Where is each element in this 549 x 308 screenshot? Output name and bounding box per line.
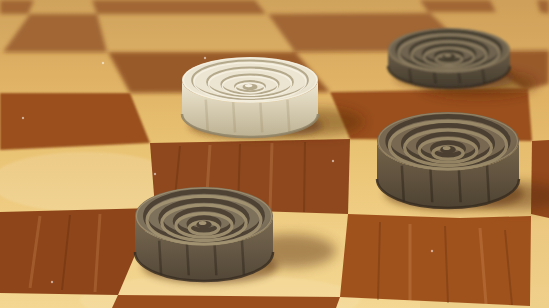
dust-speck: [332, 160, 334, 162]
dust-speck: [102, 62, 104, 64]
dust-speck: [22, 117, 24, 119]
wood-grain-streak: [270, 143, 272, 211]
wood-grain-streak: [304, 142, 305, 212]
dark-square: [340, 214, 531, 306]
dust-speck: [154, 173, 156, 175]
checkers-board-photo: [0, 0, 549, 308]
dust-speck: [204, 57, 206, 59]
dark-square: [112, 295, 340, 308]
piece-center-highlight: [444, 54, 451, 57]
piece-center-highlight: [245, 84, 252, 87]
piece-center-highlight: [199, 221, 207, 225]
dark-square: [0, 93, 150, 150]
dust-speck: [51, 281, 53, 283]
piece-center-highlight: [443, 146, 451, 150]
dust-speck: [431, 250, 433, 252]
screenshot-root: [0, 0, 549, 308]
